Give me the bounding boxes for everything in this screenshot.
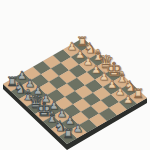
piece-white-pawn-h2[interactable]: ♟: [123, 94, 133, 105]
chessboard-3d-render: ♜♞♝♛♚♝♞♜♟♟♟♟♟♟♟♟♟♟♟♟♟♟♟♟♜♞♝♛♚♝♞♜: [0, 0, 150, 150]
piece-white-rook-h1[interactable]: ♜: [132, 87, 144, 100]
piece-black-pawn-h7[interactable]: ♟: [73, 123, 83, 134]
piece-black-rook-h8[interactable]: ♜: [62, 127, 74, 140]
